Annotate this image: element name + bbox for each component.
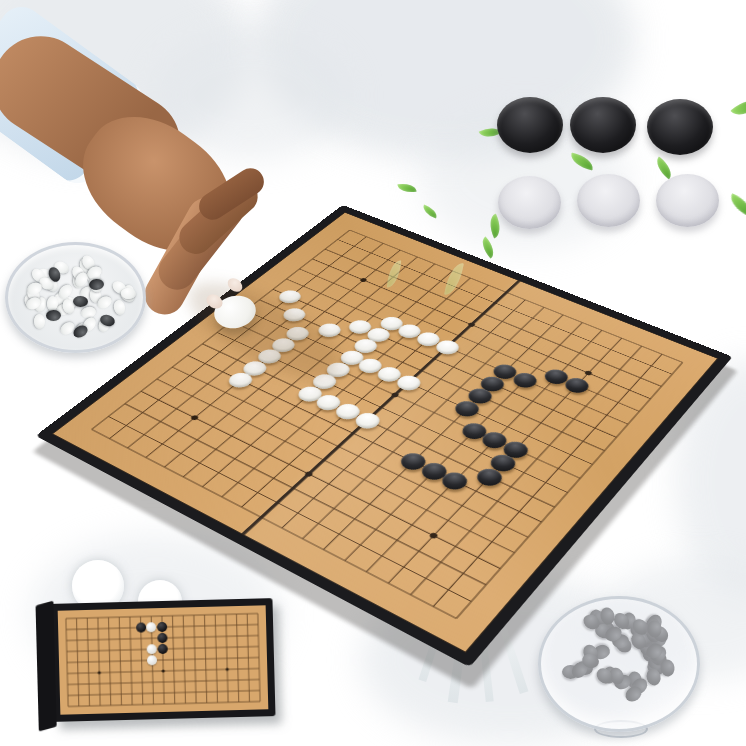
black-stone — [438, 469, 472, 493]
black-stone — [489, 362, 520, 382]
black-stone — [464, 386, 496, 407]
showcase-black-stone — [647, 99, 713, 155]
leaf-icon — [730, 93, 746, 122]
black-stone — [499, 438, 532, 460]
leaf-icon — [726, 193, 746, 217]
glass-bowl — [538, 596, 700, 732]
white-stone — [313, 392, 345, 413]
black-stone-bowl — [538, 596, 700, 732]
white-stone — [394, 322, 424, 341]
black-stone — [473, 465, 507, 488]
white-stone — [332, 401, 365, 422]
showcase-black-stone — [497, 97, 563, 153]
black-stone — [561, 375, 592, 395]
white-stone — [355, 356, 386, 376]
product-photo-scene — [0, 0, 746, 746]
white-stone — [432, 338, 463, 357]
folded-mini-board — [50, 598, 275, 722]
white-stone — [376, 315, 406, 333]
white-stone — [363, 325, 394, 344]
black-stone — [509, 370, 540, 390]
black-stone — [396, 450, 430, 473]
black-stone — [451, 398, 483, 419]
tray-white-stone — [113, 299, 127, 316]
black-stone — [478, 429, 511, 451]
showcase-white-stone — [577, 174, 640, 227]
white-stone — [224, 370, 256, 390]
black-stone — [417, 460, 451, 483]
leaf-icon — [397, 182, 416, 194]
showcase-white-stone — [498, 176, 561, 229]
white-stone — [393, 373, 425, 393]
black-stone — [477, 374, 508, 394]
white-stone — [294, 384, 326, 405]
tray-white-stone — [34, 313, 46, 329]
white-stone — [345, 318, 375, 336]
black-stone — [541, 367, 572, 387]
white-stone — [350, 337, 381, 356]
white-stone — [374, 364, 406, 384]
tray-dark-stone — [46, 310, 61, 321]
mini-black-stone — [136, 622, 146, 632]
black-stone — [458, 420, 491, 442]
white-stone-tray — [5, 242, 146, 353]
showcase-white-stone — [656, 174, 719, 227]
white-stone — [351, 410, 384, 431]
black-stone — [486, 452, 519, 475]
white-stone — [413, 330, 444, 349]
tray-dark-stone — [73, 296, 88, 307]
showcase-black-stone — [570, 97, 636, 153]
